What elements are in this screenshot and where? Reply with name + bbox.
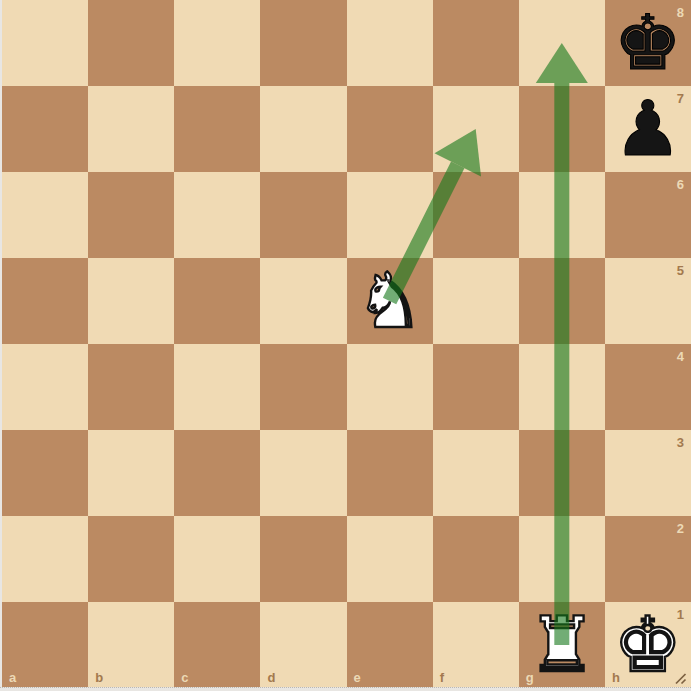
square-f4[interactable] [433, 344, 519, 430]
square-e7[interactable] [347, 86, 433, 172]
square-e3[interactable] [347, 430, 433, 516]
file-label-d: d [267, 671, 275, 684]
square-h7[interactable]: 7♟ [605, 86, 691, 172]
square-a2[interactable] [2, 516, 88, 602]
square-h2[interactable]: 2 [605, 516, 691, 602]
piece-white-knight[interactable]: ♞ [347, 258, 433, 344]
square-h8[interactable]: 8♚ [605, 0, 691, 86]
rank-label-4: 4 [677, 350, 684, 363]
square-f1[interactable]: f [433, 602, 519, 688]
rank-label-5: 5 [677, 264, 684, 277]
square-a7[interactable] [2, 86, 88, 172]
square-d1[interactable]: d [260, 602, 346, 688]
square-f2[interactable] [433, 516, 519, 602]
square-e4[interactable] [347, 344, 433, 430]
square-e5[interactable]: ♞ [347, 258, 433, 344]
square-b3[interactable] [88, 430, 174, 516]
square-e2[interactable] [347, 516, 433, 602]
square-g8[interactable] [519, 0, 605, 86]
square-h6[interactable]: 6 [605, 172, 691, 258]
chess-board[interactable]: 8♚7♟6♞5432abcdefg♜h1♚ [2, 0, 691, 688]
square-e1[interactable]: e [347, 602, 433, 688]
square-a1[interactable]: a [2, 602, 88, 688]
piece-white-rook[interactable]: ♜ [519, 602, 605, 688]
square-a6[interactable] [2, 172, 88, 258]
square-b2[interactable] [88, 516, 174, 602]
square-g6[interactable] [519, 172, 605, 258]
file-label-c: c [181, 671, 188, 684]
square-a5[interactable] [2, 258, 88, 344]
file-label-a: a [9, 671, 16, 684]
rank-label-6: 6 [677, 178, 684, 191]
square-b4[interactable] [88, 344, 174, 430]
square-f3[interactable] [433, 430, 519, 516]
file-label-e: e [354, 671, 361, 684]
rank-label-3: 3 [677, 436, 684, 449]
square-d3[interactable] [260, 430, 346, 516]
file-label-b: b [95, 671, 103, 684]
square-f6[interactable] [433, 172, 519, 258]
piece-black-king[interactable]: ♚ [605, 0, 691, 86]
square-c8[interactable] [174, 0, 260, 86]
square-g3[interactable] [519, 430, 605, 516]
square-a4[interactable] [2, 344, 88, 430]
square-d5[interactable] [260, 258, 346, 344]
square-b8[interactable] [88, 0, 174, 86]
square-a3[interactable] [2, 430, 88, 516]
square-c4[interactable] [174, 344, 260, 430]
square-f5[interactable] [433, 258, 519, 344]
square-c5[interactable] [174, 258, 260, 344]
square-d4[interactable] [260, 344, 346, 430]
square-e6[interactable] [347, 172, 433, 258]
rank-label-2: 2 [677, 522, 684, 535]
square-f8[interactable] [433, 0, 519, 86]
file-label-f: f [440, 671, 444, 684]
square-d7[interactable] [260, 86, 346, 172]
square-g5[interactable] [519, 258, 605, 344]
square-c7[interactable] [174, 86, 260, 172]
square-h4[interactable]: 4 [605, 344, 691, 430]
square-g1[interactable]: g♜ [519, 602, 605, 688]
square-c3[interactable] [174, 430, 260, 516]
piece-black-pawn[interactable]: ♟ [605, 86, 691, 172]
square-d2[interactable] [260, 516, 346, 602]
square-d8[interactable] [260, 0, 346, 86]
square-b7[interactable] [88, 86, 174, 172]
page-edge-divider [0, 687, 691, 691]
square-d6[interactable] [260, 172, 346, 258]
square-g2[interactable] [519, 516, 605, 602]
square-b5[interactable] [88, 258, 174, 344]
square-h3[interactable]: 3 [605, 430, 691, 516]
square-b1[interactable]: b [88, 602, 174, 688]
board-resize-handle-icon[interactable] [672, 670, 687, 685]
square-c2[interactable] [174, 516, 260, 602]
square-f7[interactable] [433, 86, 519, 172]
square-c6[interactable] [174, 172, 260, 258]
square-h5[interactable]: 5 [605, 258, 691, 344]
square-a8[interactable] [2, 0, 88, 86]
square-c1[interactable]: c [174, 602, 260, 688]
square-e8[interactable] [347, 0, 433, 86]
square-b6[interactable] [88, 172, 174, 258]
square-g7[interactable] [519, 86, 605, 172]
square-g4[interactable] [519, 344, 605, 430]
